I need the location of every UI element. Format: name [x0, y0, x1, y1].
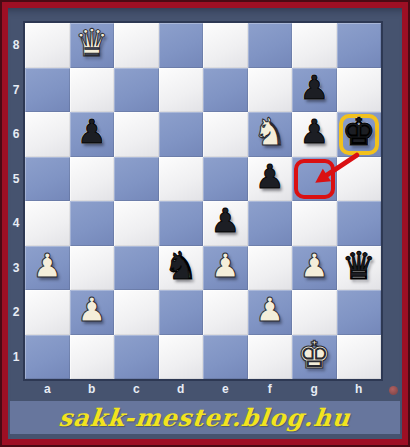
square-e6[interactable]: [203, 112, 248, 157]
square-d1[interactable]: [159, 335, 204, 380]
square-e3[interactable]: ♟: [203, 246, 248, 291]
square-c3[interactable]: [114, 246, 159, 291]
square-h1[interactable]: [337, 335, 382, 380]
white-knight-f6[interactable]: ♞: [248, 110, 293, 155]
square-f8[interactable]: [248, 23, 293, 68]
square-e7[interactable]: [203, 68, 248, 113]
rank-label-5: 5: [8, 157, 24, 202]
black-pawn-b6[interactable]: ♟: [70, 110, 115, 155]
red-dot-icon: [389, 386, 398, 395]
square-c7[interactable]: [114, 68, 159, 113]
file-label-c: c: [114, 379, 159, 398]
square-a3[interactable]: ♟: [25, 246, 70, 291]
square-d3[interactable]: ♞: [159, 246, 204, 291]
square-d2[interactable]: [159, 290, 204, 335]
square-a2[interactable]: [25, 290, 70, 335]
square-d4[interactable]: [159, 201, 204, 246]
square-f4[interactable]: [248, 201, 293, 246]
square-g3[interactable]: ♟: [292, 246, 337, 291]
file-label-e: e: [203, 379, 248, 398]
chess-board[interactable]: ♛♟♟♞♟♚♟♟♟♞♟♟♛♟♟♚: [25, 23, 381, 379]
square-h2[interactable]: [337, 290, 382, 335]
square-d5[interactable]: [159, 157, 204, 202]
rank-label-3: 3: [8, 246, 24, 291]
square-a8[interactable]: [25, 23, 70, 68]
square-f3[interactable]: [248, 246, 293, 291]
file-label-a: a: [25, 379, 70, 398]
site-banner: sakk-mester.blog.hu: [10, 401, 400, 434]
file-label-b: b: [70, 379, 115, 398]
white-queen-b8[interactable]: ♛: [70, 21, 115, 66]
square-g7[interactable]: ♟: [292, 68, 337, 113]
square-g4[interactable]: [292, 201, 337, 246]
rank-labels: 87654321: [8, 23, 24, 379]
square-c8[interactable]: [114, 23, 159, 68]
rank-label-4: 4: [8, 201, 24, 246]
black-pawn-f5[interactable]: ♟: [248, 155, 293, 200]
black-pawn-g6[interactable]: ♟: [292, 110, 337, 155]
black-queen-h3[interactable]: ♛: [337, 244, 382, 289]
square-b7[interactable]: [70, 68, 115, 113]
square-c6[interactable]: [114, 112, 159, 157]
square-g1[interactable]: ♚: [292, 335, 337, 380]
white-pawn-f2[interactable]: ♟: [248, 288, 293, 333]
square-b8[interactable]: ♛: [70, 23, 115, 68]
white-pawn-a3[interactable]: ♟: [25, 244, 70, 289]
square-h6[interactable]: ♚: [337, 112, 382, 157]
square-g8[interactable]: [292, 23, 337, 68]
square-d8[interactable]: [159, 23, 204, 68]
square-g6[interactable]: ♟: [292, 112, 337, 157]
square-f6[interactable]: ♞: [248, 112, 293, 157]
square-g2[interactable]: [292, 290, 337, 335]
black-knight-d3[interactable]: ♞: [159, 244, 204, 289]
square-h7[interactable]: [337, 68, 382, 113]
white-king-g1[interactable]: ♚: [292, 333, 337, 378]
square-a4[interactable]: [25, 201, 70, 246]
file-label-d: d: [159, 379, 204, 398]
square-b3[interactable]: [70, 246, 115, 291]
white-pawn-g3[interactable]: ♟: [292, 244, 337, 289]
square-b5[interactable]: [70, 157, 115, 202]
white-pawn-b2[interactable]: ♟: [70, 288, 115, 333]
file-labels: abcdefgh: [25, 379, 381, 398]
square-b6[interactable]: ♟: [70, 112, 115, 157]
square-h3[interactable]: ♛: [337, 246, 382, 291]
rank-label-8: 8: [8, 23, 24, 68]
square-e2[interactable]: [203, 290, 248, 335]
square-h5[interactable]: [337, 157, 382, 202]
square-c4[interactable]: [114, 201, 159, 246]
square-c1[interactable]: [114, 335, 159, 380]
square-c2[interactable]: [114, 290, 159, 335]
square-e8[interactable]: [203, 23, 248, 68]
square-e5[interactable]: [203, 157, 248, 202]
square-f7[interactable]: [248, 68, 293, 113]
square-a6[interactable]: [25, 112, 70, 157]
highlight-g5: [294, 159, 335, 200]
square-a5[interactable]: [25, 157, 70, 202]
file-label-g: g: [292, 379, 337, 398]
black-king-h6[interactable]: ♚: [337, 110, 382, 155]
rank-label-1: 1: [8, 335, 24, 380]
file-label-h: h: [337, 379, 382, 398]
square-h4[interactable]: [337, 201, 382, 246]
square-e1[interactable]: [203, 335, 248, 380]
square-b2[interactable]: ♟: [70, 290, 115, 335]
white-pawn-e3[interactable]: ♟: [203, 244, 248, 289]
file-label-f: f: [248, 379, 293, 398]
rank-label-2: 2: [8, 290, 24, 335]
square-f2[interactable]: ♟: [248, 290, 293, 335]
square-h8[interactable]: [337, 23, 382, 68]
square-c5[interactable]: [114, 157, 159, 202]
square-a7[interactable]: [25, 68, 70, 113]
square-b4[interactable]: [70, 201, 115, 246]
site-banner-text: sakk-mester.blog.hu: [58, 403, 353, 432]
board-frame: 87654321 ♛♟♟♞♟♚♟♟♟♞♟♟♛♟♟♚ abcdefgh sakk-…: [2, 2, 408, 445]
square-f5[interactable]: ♟: [248, 157, 293, 202]
square-d6[interactable]: [159, 112, 204, 157]
rank-label-6: 6: [8, 112, 24, 157]
black-pawn-e4[interactable]: ♟: [203, 199, 248, 244]
square-g5[interactable]: [292, 157, 337, 202]
rank-label-7: 7: [8, 68, 24, 113]
square-b1[interactable]: [70, 335, 115, 380]
square-d7[interactable]: [159, 68, 204, 113]
black-pawn-g7[interactable]: ♟: [292, 66, 337, 111]
square-a1[interactable]: [25, 335, 70, 380]
square-f1[interactable]: [248, 335, 293, 380]
chess-puzzle-image: 87654321 ♛♟♟♞♟♚♟♟♟♞♟♟♛♟♟♚ abcdefgh sakk-…: [0, 0, 410, 447]
square-e4[interactable]: ♟: [203, 201, 248, 246]
